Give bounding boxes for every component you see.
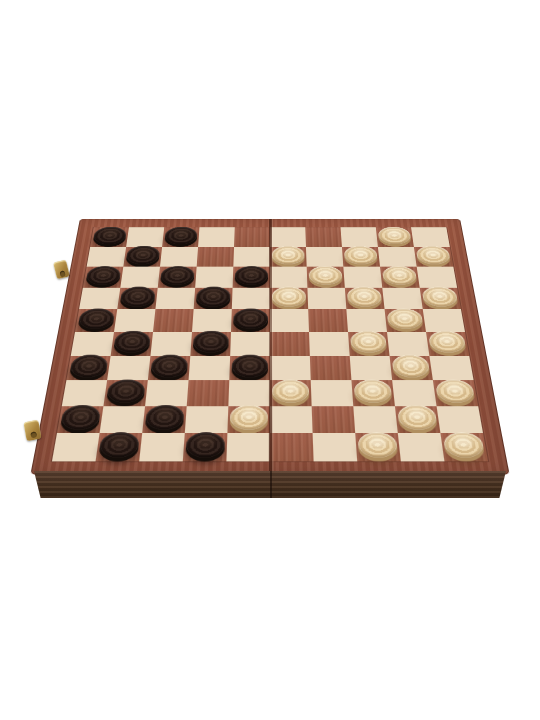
square-r9c4: [185, 406, 229, 433]
square-r10c6[interactable]: [270, 433, 314, 461]
square-r6c5: [230, 332, 270, 356]
square-r5c9[interactable]: [385, 309, 426, 332]
square-r6c7: [309, 332, 350, 356]
square-r7c5[interactable]: [229, 356, 270, 381]
square-r10c2[interactable]: [96, 433, 143, 461]
square-r4c1: [79, 288, 120, 310]
square-r4c9: [382, 288, 423, 310]
dark-piece-r5c1[interactable]: [77, 308, 116, 329]
square-r3c8: [343, 267, 382, 288]
square-r8c4[interactable]: [187, 380, 230, 406]
square-r1c7[interactable]: [305, 227, 342, 246]
square-r4c5: [232, 288, 270, 310]
square-r7c3[interactable]: [148, 356, 190, 381]
light-piece-r7c9[interactable]: [391, 355, 431, 378]
square-r6c1: [71, 332, 114, 356]
square-r9c5[interactable]: [227, 406, 270, 433]
light-piece-r8c8[interactable]: [353, 379, 393, 403]
dark-piece-r7c3[interactable]: [150, 355, 189, 378]
square-r9c8: [353, 406, 398, 433]
square-r9c2: [100, 406, 145, 433]
light-piece-r4c6[interactable]: [271, 287, 306, 307]
square-r5c4: [192, 309, 232, 332]
square-r10c7: [313, 433, 358, 461]
square-r7c1[interactable]: [66, 356, 110, 381]
light-piece-r9c5[interactable]: [229, 405, 268, 430]
square-r3c1[interactable]: [83, 267, 123, 288]
square-r1c6: [270, 227, 306, 246]
square-r10c5: [226, 433, 270, 461]
square-r10c10[interactable]: [440, 433, 488, 461]
square-r2c10[interactable]: [414, 247, 454, 267]
light-piece-r2c8[interactable]: [343, 246, 378, 264]
dark-piece-r3c1[interactable]: [85, 266, 122, 285]
light-piece-r2c6[interactable]: [271, 246, 305, 264]
square-r1c9[interactable]: [376, 227, 414, 246]
square-r5c2: [114, 309, 155, 332]
square-r6c3: [150, 332, 192, 356]
dark-piece-r9c3[interactable]: [144, 405, 185, 430]
light-piece-r3c9[interactable]: [381, 266, 417, 285]
square-r2c5: [233, 247, 270, 267]
square-r2c8[interactable]: [342, 247, 380, 267]
square-r10c4[interactable]: [183, 433, 228, 461]
square-r3c10: [417, 267, 457, 288]
square-r7c4: [189, 356, 231, 381]
square-r9c3[interactable]: [142, 406, 187, 433]
square-r6c6[interactable]: [270, 332, 310, 356]
square-r1c10: [411, 227, 450, 246]
light-piece-r10c10[interactable]: [442, 432, 486, 458]
square-r8c8[interactable]: [351, 380, 394, 406]
light-piece-r6c8[interactable]: [349, 331, 387, 353]
square-r10c1: [52, 433, 100, 461]
square-r3c2: [120, 267, 160, 288]
brass-clasp-upper: [53, 260, 70, 280]
square-r6c9: [387, 332, 429, 356]
square-r4c8[interactable]: [345, 288, 385, 310]
square-r6c2[interactable]: [111, 332, 153, 356]
square-r7c7[interactable]: [310, 356, 352, 381]
light-piece-r4c10[interactable]: [421, 287, 459, 307]
square-r7c2: [107, 356, 150, 381]
dark-piece-r10c4[interactable]: [185, 432, 226, 458]
square-r5c7[interactable]: [308, 309, 348, 332]
square-r9c7[interactable]: [312, 406, 356, 433]
square-r5c1[interactable]: [75, 309, 117, 332]
light-piece-r8c10[interactable]: [434, 379, 476, 403]
light-piece-r5c9[interactable]: [386, 308, 424, 329]
square-r1c4: [198, 227, 235, 246]
dark-piece-r4c4[interactable]: [195, 287, 231, 307]
square-r8c9: [392, 380, 436, 406]
square-r9c9[interactable]: [395, 406, 440, 433]
square-r4c6[interactable]: [270, 288, 308, 310]
dark-piece-r1c3[interactable]: [164, 227, 198, 245]
light-piece-r10c8[interactable]: [357, 432, 399, 458]
square-r6c10[interactable]: [426, 332, 469, 356]
board-edge-fold-gap: [270, 471, 272, 498]
light-piece-r3c7[interactable]: [308, 266, 343, 285]
square-r2c6[interactable]: [270, 247, 307, 267]
square-r6c8[interactable]: [348, 332, 390, 356]
dark-piece-r9c1[interactable]: [59, 405, 102, 430]
board-fold-line: [268, 219, 271, 475]
light-piece-r8c6[interactable]: [272, 379, 310, 403]
draughts-board: [30, 219, 509, 475]
square-r8c2[interactable]: [103, 380, 147, 406]
square-r1c2: [126, 227, 164, 246]
square-r4c10[interactable]: [420, 288, 461, 310]
light-piece-r6c10[interactable]: [427, 331, 467, 353]
light-piece-r4c8[interactable]: [346, 287, 382, 307]
dark-piece-r2c2[interactable]: [125, 246, 161, 264]
square-r2c1: [87, 247, 127, 267]
light-piece-r2c10[interactable]: [415, 246, 451, 264]
square-r4c4[interactable]: [194, 288, 233, 310]
square-r6c4[interactable]: [190, 332, 231, 356]
square-r3c5[interactable]: [233, 267, 270, 288]
square-r8c1: [62, 380, 107, 406]
square-r3c4: [195, 267, 233, 288]
square-r3c6: [270, 267, 307, 288]
square-r1c8: [341, 227, 378, 246]
square-r10c3: [139, 433, 185, 461]
square-r2c4[interactable]: [197, 247, 234, 267]
square-r9c6: [270, 406, 313, 433]
square-r1c1[interactable]: [90, 227, 129, 246]
dark-piece-r8c2[interactable]: [106, 379, 147, 403]
dark-piece-r7c1[interactable]: [69, 355, 110, 378]
square-r8c10[interactable]: [433, 380, 478, 406]
square-r5c10: [423, 309, 465, 332]
square-r7c9[interactable]: [390, 356, 433, 381]
square-r2c7: [306, 247, 343, 267]
square-r8c3: [145, 380, 188, 406]
square-r4c7: [307, 288, 346, 310]
square-r5c8: [346, 309, 387, 332]
square-r4c2[interactable]: [117, 288, 158, 310]
square-r2c2[interactable]: [123, 247, 162, 267]
square-r5c5[interactable]: [231, 309, 270, 332]
square-r8c5: [228, 380, 270, 406]
light-piece-r1c9[interactable]: [377, 227, 412, 245]
dark-piece-r4c2[interactable]: [119, 287, 156, 307]
dark-piece-r3c5[interactable]: [234, 266, 268, 285]
brass-clasp-lower: [23, 420, 41, 441]
square-r3c7[interactable]: [307, 267, 345, 288]
dark-piece-r7c5[interactable]: [231, 355, 268, 378]
square-r3c3[interactable]: [158, 267, 197, 288]
square-r2c9: [378, 247, 417, 267]
dark-piece-r5c5[interactable]: [233, 308, 269, 329]
board-side-edge: [34, 471, 506, 498]
square-r10c9: [398, 433, 445, 461]
dark-piece-r1c1[interactable]: [92, 227, 128, 245]
square-r1c5[interactable]: [234, 227, 270, 246]
square-r1c3[interactable]: [162, 227, 199, 246]
square-r3c9[interactable]: [380, 267, 420, 288]
dark-piece-r10c2[interactable]: [98, 432, 141, 458]
square-r8c7: [311, 380, 354, 406]
square-r4c3: [155, 288, 195, 310]
square-r8c6[interactable]: [270, 380, 312, 406]
square-r9c1[interactable]: [57, 406, 103, 433]
product-photo-stage: [0, 0, 540, 720]
square-r5c3[interactable]: [153, 309, 194, 332]
square-r2c3: [160, 247, 198, 267]
light-piece-r9c9[interactable]: [396, 405, 438, 430]
square-r10c8[interactable]: [355, 433, 401, 461]
square-r7c8: [350, 356, 392, 381]
dark-piece-r6c2[interactable]: [113, 331, 152, 353]
square-r5c6: [270, 309, 309, 332]
square-r7c6: [270, 356, 311, 381]
dark-piece-r3c3[interactable]: [160, 266, 196, 285]
dark-piece-r6c4[interactable]: [192, 331, 229, 353]
square-r7c10: [429, 356, 473, 381]
square-r9c10: [437, 406, 483, 433]
